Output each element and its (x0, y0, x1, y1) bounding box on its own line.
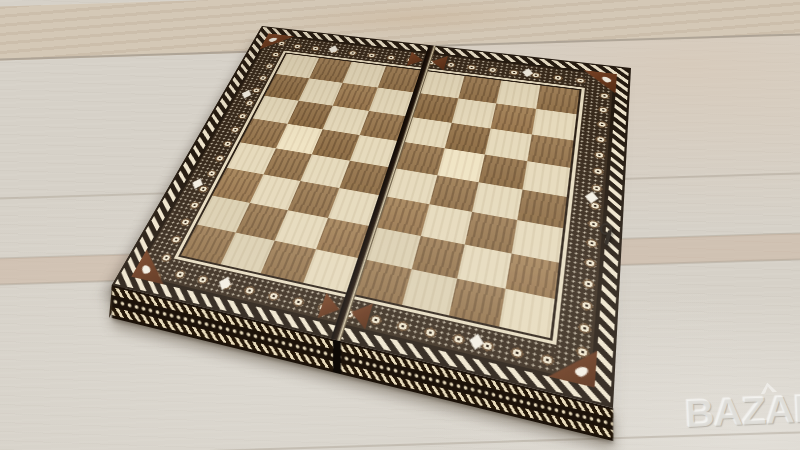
mother-of-pearl-drop (268, 37, 278, 43)
latch-hook (599, 221, 617, 249)
bazar-watermark: BAZAR (684, 388, 800, 433)
photo-scene: BAZAR (0, 0, 800, 450)
mother-of-pearl-drop (141, 264, 152, 275)
mother-of-pearl-drop (573, 365, 590, 378)
watermark-text: BAZAR (684, 386, 800, 435)
mother-of-pearl-drop (600, 76, 612, 83)
hinge-gap-side-notch (333, 339, 341, 374)
